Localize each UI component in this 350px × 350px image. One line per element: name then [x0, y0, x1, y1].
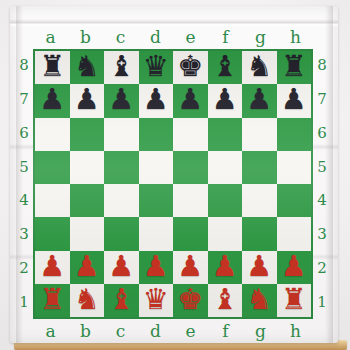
rank-label-left-4: 4: [17, 184, 31, 218]
square-f3[interactable]: [208, 217, 243, 250]
square-d2[interactable]: ♟: [139, 251, 174, 284]
rank-label-left-7: 7: [17, 83, 31, 117]
red-pawn-b2[interactable]: ♟: [74, 252, 100, 281]
black-rook-a8[interactable]: ♜: [39, 52, 65, 81]
square-f2[interactable]: ♟: [208, 251, 243, 284]
file-label-top-a: a: [33, 26, 68, 48]
square-d4[interactable]: [139, 184, 174, 217]
black-knight-g8[interactable]: ♞: [246, 52, 272, 81]
square-b7[interactable]: ♟: [70, 84, 105, 117]
black-pawn-f7[interactable]: ♟: [212, 85, 238, 114]
file-label-bottom-b: b: [68, 320, 103, 342]
square-e3[interactable]: [173, 217, 208, 250]
square-e2[interactable]: ♟: [173, 251, 208, 284]
rank-label-right-2: 2: [315, 252, 329, 286]
file-labels-bottom: a b c d e f g h: [33, 320, 313, 342]
square-g8[interactable]: ♞: [242, 51, 277, 84]
photo-background: a b c d e f g h 8 7 6 5 4 3 2 1 ♜♞♝♛♚♝♞♜…: [0, 0, 350, 350]
square-g5[interactable]: [242, 151, 277, 184]
black-king-e8[interactable]: ♚: [177, 52, 203, 81]
file-label-top-d: d: [138, 26, 173, 48]
square-h4[interactable]: [277, 184, 312, 217]
square-e7[interactable]: ♟: [173, 84, 208, 117]
square-b2[interactable]: ♟: [70, 251, 105, 284]
square-c4[interactable]: [104, 184, 139, 217]
square-b1[interactable]: ♞: [70, 284, 105, 317]
black-pawn-d7[interactable]: ♟: [143, 85, 169, 114]
red-pawn-d2[interactable]: ♟: [143, 252, 169, 281]
file-label-top-e: e: [173, 26, 208, 48]
square-a7[interactable]: ♟: [35, 84, 70, 117]
black-rook-h8[interactable]: ♜: [281, 52, 307, 81]
square-b4[interactable]: [70, 184, 105, 217]
black-pawn-e7[interactable]: ♟: [177, 85, 203, 114]
red-rook-a1[interactable]: ♜: [39, 285, 65, 314]
file-label-bottom-c: c: [103, 320, 138, 342]
file-label-top-f: f: [208, 26, 243, 48]
red-pawn-f2[interactable]: ♟: [212, 252, 238, 281]
square-c3[interactable]: [104, 217, 139, 250]
square-b5[interactable]: [70, 151, 105, 184]
square-c1[interactable]: ♝: [104, 284, 139, 317]
square-c6[interactable]: [104, 118, 139, 151]
square-a5[interactable]: [35, 151, 70, 184]
square-b8[interactable]: ♞: [70, 51, 105, 84]
square-b3[interactable]: [70, 217, 105, 250]
rank-label-right-3: 3: [315, 218, 329, 252]
red-king-e1[interactable]: ♚: [177, 285, 203, 314]
square-d6[interactable]: [139, 118, 174, 151]
square-d8[interactable]: ♛: [139, 51, 174, 84]
black-knight-b8[interactable]: ♞: [74, 52, 100, 81]
square-a1[interactable]: ♜: [35, 284, 70, 317]
square-f6[interactable]: [208, 118, 243, 151]
square-g6[interactable]: [242, 118, 277, 151]
rank-label-left-3: 3: [17, 218, 31, 252]
red-pawn-a2[interactable]: ♟: [39, 252, 65, 281]
red-bishop-f1[interactable]: ♝: [212, 285, 238, 314]
red-pawn-e2[interactable]: ♟: [177, 252, 203, 281]
square-h1[interactable]: ♜: [277, 284, 312, 317]
square-h5[interactable]: [277, 151, 312, 184]
square-e8[interactable]: ♚: [173, 51, 208, 84]
file-label-top-c: c: [103, 26, 138, 48]
square-g2[interactable]: ♟: [242, 251, 277, 284]
file-label-bottom-e: e: [173, 320, 208, 342]
square-e6[interactable]: [173, 118, 208, 151]
square-a4[interactable]: [35, 184, 70, 217]
red-pawn-g2[interactable]: ♟: [246, 252, 272, 281]
rank-label-right-8: 8: [315, 49, 329, 83]
square-g3[interactable]: [242, 217, 277, 250]
file-label-top-h: h: [278, 26, 313, 48]
rank-label-right-4: 4: [315, 184, 329, 218]
rank-label-right-6: 6: [315, 117, 329, 151]
square-d5[interactable]: [139, 151, 174, 184]
square-a6[interactable]: [35, 118, 70, 151]
file-label-bottom-h: h: [278, 320, 313, 342]
file-labels-top: a b c d e f g h: [33, 26, 313, 48]
red-pawn-c2[interactable]: ♟: [108, 252, 134, 281]
square-f4[interactable]: [208, 184, 243, 217]
file-label-bottom-g: g: [243, 320, 278, 342]
rank-label-left-2: 2: [17, 252, 31, 286]
black-bishop-c8[interactable]: ♝: [108, 52, 134, 81]
file-label-bottom-a: a: [33, 320, 68, 342]
black-bishop-f8[interactable]: ♝: [212, 52, 238, 81]
black-pawn-c7[interactable]: ♟: [108, 85, 134, 114]
red-rook-h1[interactable]: ♜: [281, 285, 307, 314]
rank-label-right-7: 7: [315, 83, 329, 117]
vinyl-demo-board-banner: a b c d e f g h 8 7 6 5 4 3 2 1 ♜♞♝♛♚♝♞♜…: [10, 6, 338, 343]
square-f5[interactable]: [208, 151, 243, 184]
black-pawn-g7[interactable]: ♟: [246, 85, 272, 114]
square-f8[interactable]: ♝: [208, 51, 243, 84]
square-a2[interactable]: ♟: [35, 251, 70, 284]
square-a3[interactable]: [35, 217, 70, 250]
file-label-top-b: b: [68, 26, 103, 48]
rank-label-left-1: 1: [17, 285, 31, 319]
rank-labels-right: 8 7 6 5 4 3 2 1: [315, 49, 329, 319]
rank-label-left-6: 6: [17, 117, 31, 151]
file-label-top-g: g: [243, 26, 278, 48]
square-c8[interactable]: ♝: [104, 51, 139, 84]
rank-label-right-5: 5: [315, 150, 329, 184]
red-pawn-h2[interactable]: ♟: [281, 252, 307, 281]
rank-labels-left: 8 7 6 5 4 3 2 1: [17, 49, 31, 319]
square-f1[interactable]: ♝: [208, 284, 243, 317]
square-h7[interactable]: ♟: [277, 84, 312, 117]
square-e5[interactable]: [173, 151, 208, 184]
square-d1[interactable]: ♛: [139, 284, 174, 317]
chess-board: ♜♞♝♛♚♝♞♜♟♟♟♟♟♟♟♟♟♟♟♟♟♟♟♟♜♞♝♛♚♝♞♜: [33, 49, 313, 319]
rank-label-left-8: 8: [17, 49, 31, 83]
black-pawn-b7[interactable]: ♟: [74, 85, 100, 114]
square-d3[interactable]: [139, 217, 174, 250]
file-label-bottom-f: f: [208, 320, 243, 342]
square-c7[interactable]: ♟: [104, 84, 139, 117]
rank-label-left-5: 5: [17, 150, 31, 184]
red-bishop-c1[interactable]: ♝: [108, 285, 134, 314]
black-pawn-h7[interactable]: ♟: [281, 85, 307, 114]
square-d7[interactable]: ♟: [139, 84, 174, 117]
square-g1[interactable]: ♞: [242, 284, 277, 317]
red-queen-d1[interactable]: ♛: [143, 285, 169, 314]
square-h2[interactable]: ♟: [277, 251, 312, 284]
red-knight-b1[interactable]: ♞: [74, 285, 100, 314]
square-f7[interactable]: ♟: [208, 84, 243, 117]
square-c5[interactable]: [104, 151, 139, 184]
square-g7[interactable]: ♟: [242, 84, 277, 117]
square-h3[interactable]: [277, 217, 312, 250]
black-queen-d8[interactable]: ♛: [143, 52, 169, 81]
square-e4[interactable]: [173, 184, 208, 217]
square-a8[interactable]: ♜: [35, 51, 70, 84]
square-h6[interactable]: [277, 118, 312, 151]
square-h8[interactable]: ♜: [277, 51, 312, 84]
square-e1[interactable]: ♚: [173, 284, 208, 317]
rank-label-right-1: 1: [315, 285, 329, 319]
red-knight-g1[interactable]: ♞: [246, 285, 272, 314]
file-label-bottom-d: d: [138, 320, 173, 342]
square-g4[interactable]: [242, 184, 277, 217]
black-pawn-a7[interactable]: ♟: [39, 85, 65, 114]
square-b6[interactable]: [70, 118, 105, 151]
square-c2[interactable]: ♟: [104, 251, 139, 284]
